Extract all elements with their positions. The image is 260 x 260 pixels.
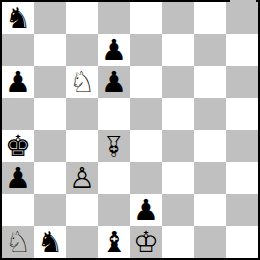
square-d6[interactable]: ♟ bbox=[98, 66, 130, 98]
square-g7[interactable] bbox=[194, 34, 226, 66]
square-b2[interactable] bbox=[34, 194, 66, 226]
square-b7[interactable] bbox=[34, 34, 66, 66]
white-king-piece[interactable]: ♔ bbox=[133, 226, 159, 258]
square-h5[interactable] bbox=[226, 98, 258, 130]
black-pawn-piece[interactable]: ♟ bbox=[133, 194, 159, 226]
square-e5[interactable] bbox=[130, 98, 162, 130]
square-h2[interactable] bbox=[226, 194, 258, 226]
square-a6[interactable]: ♟ bbox=[2, 66, 34, 98]
square-a7[interactable] bbox=[2, 34, 34, 66]
square-g2[interactable] bbox=[194, 194, 226, 226]
top-border-gap bbox=[230, 0, 256, 2]
black-knight-piece[interactable]: ♞ bbox=[37, 226, 63, 258]
square-a1[interactable]: ♘ bbox=[2, 226, 34, 258]
square-h1[interactable] bbox=[226, 226, 258, 258]
square-b3[interactable] bbox=[34, 162, 66, 194]
square-b6[interactable] bbox=[34, 66, 66, 98]
square-a2[interactable] bbox=[2, 194, 34, 226]
square-h4[interactable] bbox=[226, 130, 258, 162]
chess-board-frame: ♞♟♟♘♟♚♗♟♙♟♘♞♝♔ bbox=[0, 0, 260, 260]
square-e4[interactable] bbox=[130, 130, 162, 162]
black-pawn-piece[interactable]: ♟ bbox=[5, 66, 31, 98]
square-g1[interactable] bbox=[194, 226, 226, 258]
square-c1[interactable] bbox=[66, 226, 98, 258]
square-c5[interactable] bbox=[66, 98, 98, 130]
black-pawn-piece[interactable]: ♟ bbox=[5, 162, 31, 194]
square-g6[interactable] bbox=[194, 66, 226, 98]
square-b8[interactable] bbox=[34, 2, 66, 34]
square-g5[interactable] bbox=[194, 98, 226, 130]
square-g3[interactable] bbox=[194, 162, 226, 194]
square-a4[interactable]: ♚ bbox=[2, 130, 34, 162]
square-d3[interactable] bbox=[98, 162, 130, 194]
square-e3[interactable] bbox=[130, 162, 162, 194]
square-f2[interactable] bbox=[162, 194, 194, 226]
square-f4[interactable] bbox=[162, 130, 194, 162]
square-d5[interactable] bbox=[98, 98, 130, 130]
square-b1[interactable]: ♞ bbox=[34, 226, 66, 258]
square-e7[interactable] bbox=[130, 34, 162, 66]
square-d7[interactable]: ♟ bbox=[98, 34, 130, 66]
square-a8[interactable]: ♞ bbox=[2, 2, 34, 34]
square-f3[interactable] bbox=[162, 162, 194, 194]
white-pawn-piece[interactable]: ♙ bbox=[69, 162, 95, 194]
square-b4[interactable] bbox=[34, 130, 66, 162]
square-f1[interactable] bbox=[162, 226, 194, 258]
square-h7[interactable] bbox=[226, 34, 258, 66]
white-knight-piece[interactable]: ♘ bbox=[69, 66, 95, 98]
square-c6[interactable]: ♘ bbox=[66, 66, 98, 98]
black-knight-piece[interactable]: ♞ bbox=[5, 2, 31, 34]
square-d8[interactable] bbox=[98, 2, 130, 34]
chess-board: ♞♟♟♘♟♚♗♟♙♟♘♞♝♔ bbox=[2, 2, 258, 258]
square-g8[interactable] bbox=[194, 2, 226, 34]
square-a5[interactable] bbox=[2, 98, 34, 130]
white-grasshopper-inverted-bishop-piece[interactable]: ♗ bbox=[101, 130, 127, 162]
square-b5[interactable] bbox=[34, 98, 66, 130]
square-f8[interactable] bbox=[162, 2, 194, 34]
square-h3[interactable] bbox=[226, 162, 258, 194]
square-c7[interactable] bbox=[66, 34, 98, 66]
square-c8[interactable] bbox=[66, 2, 98, 34]
black-bishop-piece[interactable]: ♝ bbox=[101, 226, 127, 258]
square-c2[interactable] bbox=[66, 194, 98, 226]
square-f7[interactable] bbox=[162, 34, 194, 66]
black-pawn-piece[interactable]: ♟ bbox=[101, 34, 127, 66]
white-knight-piece[interactable]: ♘ bbox=[5, 226, 31, 258]
square-c3[interactable]: ♙ bbox=[66, 162, 98, 194]
square-d4[interactable]: ♗ bbox=[98, 130, 130, 162]
square-h6[interactable] bbox=[226, 66, 258, 98]
black-pawn-piece[interactable]: ♟ bbox=[101, 66, 127, 98]
square-e6[interactable] bbox=[130, 66, 162, 98]
square-c4[interactable] bbox=[66, 130, 98, 162]
square-e8[interactable] bbox=[130, 2, 162, 34]
square-e2[interactable]: ♟ bbox=[130, 194, 162, 226]
square-d1[interactable]: ♝ bbox=[98, 226, 130, 258]
square-a3[interactable]: ♟ bbox=[2, 162, 34, 194]
square-h8[interactable] bbox=[226, 2, 258, 34]
square-e1[interactable]: ♔ bbox=[130, 226, 162, 258]
square-f6[interactable] bbox=[162, 66, 194, 98]
black-king-piece[interactable]: ♚ bbox=[5, 130, 31, 162]
square-g4[interactable] bbox=[194, 130, 226, 162]
square-d2[interactable] bbox=[98, 194, 130, 226]
square-f5[interactable] bbox=[162, 98, 194, 130]
